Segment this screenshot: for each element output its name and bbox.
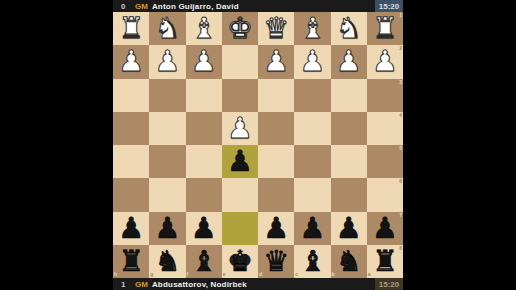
white-pawn: ♟ xyxy=(222,112,258,145)
file-label-b: b xyxy=(332,272,335,277)
chess-board: ♜♞♝♚♛♝♞♜1♟♟♟♟♟♟♟23♟4♟56♟♟♟♟♟♟♟7♜h♞g♝f♚e♛… xyxy=(113,12,403,278)
black-pawn: ♟ xyxy=(294,212,330,245)
bottom-player-score: 1 xyxy=(121,280,135,289)
square-g7[interactable]: ♟ xyxy=(149,212,185,245)
square-b4[interactable] xyxy=(331,112,367,145)
bottom-player-clock: 15:20 xyxy=(375,278,403,290)
bottom-player-name: Abdusattorov, Nodirbek xyxy=(152,280,247,289)
square-f7[interactable]: ♟ xyxy=(186,212,222,245)
broadcast-board-pane: 0 GM Anton Guijarro, David 15:20 ♜♞♝♚♛♝♞… xyxy=(113,0,403,290)
square-a7[interactable]: ♟7 xyxy=(367,212,403,245)
square-c6[interactable] xyxy=(294,178,330,211)
rank-label-5: 5 xyxy=(399,146,402,151)
file-label-c: c xyxy=(295,272,298,277)
white-pawn: ♟ xyxy=(294,45,330,78)
white-pawn: ♟ xyxy=(258,45,294,78)
top-player-bar: 0 GM Anton Guijarro, David 15:20 xyxy=(113,0,403,12)
square-d1[interactable]: ♛ xyxy=(258,12,294,45)
rank-label-7: 7 xyxy=(399,213,402,218)
square-b1[interactable]: ♞ xyxy=(331,12,367,45)
black-knight: ♞ xyxy=(331,245,367,278)
square-e8[interactable]: ♚e xyxy=(222,245,258,278)
square-f4[interactable] xyxy=(186,112,222,145)
square-e2[interactable] xyxy=(222,45,258,78)
file-label-d: d xyxy=(259,272,262,277)
square-g8[interactable]: ♞g xyxy=(149,245,185,278)
square-b5[interactable] xyxy=(331,145,367,178)
black-pawn: ♟ xyxy=(258,212,294,245)
file-label-f: f xyxy=(187,272,189,277)
square-a3[interactable]: 3 xyxy=(367,79,403,112)
square-g1[interactable]: ♞ xyxy=(149,12,185,45)
white-knight: ♞ xyxy=(331,12,367,45)
rank-label-3: 3 xyxy=(399,80,402,85)
square-a4[interactable]: 4 xyxy=(367,112,403,145)
white-pawn: ♟ xyxy=(331,45,367,78)
square-c4[interactable] xyxy=(294,112,330,145)
square-g5[interactable] xyxy=(149,145,185,178)
white-pawn: ♟ xyxy=(149,45,185,78)
square-f3[interactable] xyxy=(186,79,222,112)
black-knight: ♞ xyxy=(149,245,185,278)
white-pawn: ♟ xyxy=(367,45,403,78)
white-rook: ♜ xyxy=(367,12,403,45)
white-rook: ♜ xyxy=(113,12,149,45)
rank-label-2: 2 xyxy=(399,46,402,51)
white-pawn: ♟ xyxy=(186,45,222,78)
black-pawn: ♟ xyxy=(222,145,258,178)
black-pawn: ♟ xyxy=(186,212,222,245)
square-f6[interactable] xyxy=(186,178,222,211)
square-d7[interactable]: ♟ xyxy=(258,212,294,245)
square-a6[interactable]: 6 xyxy=(367,178,403,211)
square-d5[interactable] xyxy=(258,145,294,178)
square-b8[interactable]: ♞b xyxy=(331,245,367,278)
square-d3[interactable] xyxy=(258,79,294,112)
file-label-a: a xyxy=(368,272,371,277)
square-g6[interactable] xyxy=(149,178,185,211)
square-a2[interactable]: ♟2 xyxy=(367,45,403,78)
top-player-clock: 15:20 xyxy=(375,0,403,12)
square-h5[interactable] xyxy=(113,145,149,178)
file-label-h: h xyxy=(114,272,117,277)
square-d4[interactable] xyxy=(258,112,294,145)
square-e1[interactable]: ♚ xyxy=(222,12,258,45)
square-f1[interactable]: ♝ xyxy=(186,12,222,45)
square-d2[interactable]: ♟ xyxy=(258,45,294,78)
black-rook: ♜ xyxy=(367,245,403,278)
white-pawn: ♟ xyxy=(113,45,149,78)
square-e5[interactable]: ♟ xyxy=(222,145,258,178)
square-e7[interactable] xyxy=(222,212,258,245)
white-queen: ♛ xyxy=(258,12,294,45)
square-e3[interactable] xyxy=(222,79,258,112)
rank-label-1: 1 xyxy=(399,13,402,18)
black-bishop: ♝ xyxy=(294,245,330,278)
top-player-name: Anton Guijarro, David xyxy=(152,2,239,11)
rank-label-6: 6 xyxy=(399,179,402,184)
square-c3[interactable] xyxy=(294,79,330,112)
square-h7[interactable]: ♟ xyxy=(113,212,149,245)
black-pawn: ♟ xyxy=(113,212,149,245)
bottom-player-bar: 1 GM Abdusattorov, Nodirbek 15:20 xyxy=(113,278,403,290)
square-d8[interactable]: ♛d xyxy=(258,245,294,278)
square-h3[interactable] xyxy=(113,79,149,112)
square-g4[interactable] xyxy=(149,112,185,145)
top-player-title-badge: GM xyxy=(135,2,148,11)
black-bishop: ♝ xyxy=(186,245,222,278)
square-a1[interactable]: ♜1 xyxy=(367,12,403,45)
square-c5[interactable] xyxy=(294,145,330,178)
square-h6[interactable] xyxy=(113,178,149,211)
black-pawn: ♟ xyxy=(367,212,403,245)
square-g3[interactable] xyxy=(149,79,185,112)
rank-label-4: 4 xyxy=(399,113,402,118)
square-f2[interactable]: ♟ xyxy=(186,45,222,78)
square-b6[interactable] xyxy=(331,178,367,211)
square-c2[interactable]: ♟ xyxy=(294,45,330,78)
square-e6[interactable] xyxy=(222,178,258,211)
black-rook: ♜ xyxy=(113,245,149,278)
square-f5[interactable] xyxy=(186,145,222,178)
square-c1[interactable]: ♝ xyxy=(294,12,330,45)
file-label-g: g xyxy=(150,272,153,277)
black-queen: ♛ xyxy=(258,245,294,278)
square-g2[interactable]: ♟ xyxy=(149,45,185,78)
square-e4[interactable]: ♟ xyxy=(222,112,258,145)
file-label-e: e xyxy=(223,272,226,277)
square-c7[interactable]: ♟ xyxy=(294,212,330,245)
top-player-score: 0 xyxy=(121,2,135,11)
square-b2[interactable]: ♟ xyxy=(331,45,367,78)
square-f8[interactable]: ♝f xyxy=(186,245,222,278)
square-a8[interactable]: ♜8a xyxy=(367,245,403,278)
square-h2[interactable]: ♟ xyxy=(113,45,149,78)
square-b7[interactable]: ♟ xyxy=(331,212,367,245)
square-c8[interactable]: ♝c xyxy=(294,245,330,278)
square-h8[interactable]: ♜h xyxy=(113,245,149,278)
bottom-player-title-badge: GM xyxy=(135,280,148,289)
white-bishop: ♝ xyxy=(294,12,330,45)
square-h1[interactable]: ♜ xyxy=(113,12,149,45)
black-pawn: ♟ xyxy=(331,212,367,245)
square-a5[interactable]: 5 xyxy=(367,145,403,178)
white-bishop: ♝ xyxy=(186,12,222,45)
rank-label-8: 8 xyxy=(399,246,402,251)
square-h4[interactable] xyxy=(113,112,149,145)
white-king: ♚ xyxy=(222,12,258,45)
black-king: ♚ xyxy=(222,245,258,278)
square-d6[interactable] xyxy=(258,178,294,211)
black-pawn: ♟ xyxy=(149,212,185,245)
white-knight: ♞ xyxy=(149,12,185,45)
square-b3[interactable] xyxy=(331,79,367,112)
